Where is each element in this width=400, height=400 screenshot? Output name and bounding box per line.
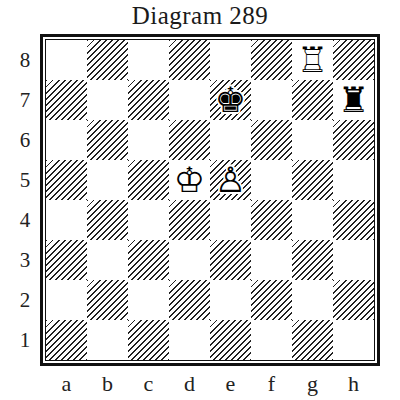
piece-white-rook-g8: ♜♖ xyxy=(292,40,333,80)
square-e7: ♚♚ xyxy=(210,80,251,120)
square-d5: ♚♔ xyxy=(169,160,210,200)
file-label-a: a xyxy=(46,370,87,398)
square-d4 xyxy=(169,200,210,240)
square-f7 xyxy=(251,80,292,120)
square-f3 xyxy=(251,240,292,280)
square-c5 xyxy=(128,160,169,200)
black-king-glyph: ♚ xyxy=(210,80,251,120)
square-g4 xyxy=(292,200,333,240)
rank-label-7: 7 xyxy=(12,80,38,120)
square-f6 xyxy=(251,120,292,160)
square-f4 xyxy=(251,200,292,240)
square-f2 xyxy=(251,280,292,320)
square-b5 xyxy=(87,160,128,200)
white-pawn-glyph: ♙ xyxy=(210,160,251,200)
square-e4 xyxy=(210,200,251,240)
square-h3 xyxy=(333,240,374,280)
square-h1 xyxy=(333,320,374,360)
white-rook-glyph: ♖ xyxy=(292,40,333,80)
square-h5 xyxy=(333,160,374,200)
square-f1 xyxy=(251,320,292,360)
file-label-d: d xyxy=(169,370,210,398)
square-d6 xyxy=(169,120,210,160)
rank-labels: 87654321 xyxy=(12,40,38,360)
square-a8 xyxy=(46,40,87,80)
square-a3 xyxy=(46,240,87,280)
square-d2 xyxy=(169,280,210,320)
square-b2 xyxy=(87,280,128,320)
file-label-c: c xyxy=(128,370,169,398)
square-e1 xyxy=(210,320,251,360)
square-e6 xyxy=(210,120,251,160)
chess-board-inner: ♜♖♚♚♜♜♚♔♟♙ xyxy=(45,39,375,361)
rank-label-6: 6 xyxy=(12,120,38,160)
black-rook-glyph: ♜ xyxy=(333,80,374,120)
square-a2 xyxy=(46,280,87,320)
file-label-b: b xyxy=(87,370,128,398)
square-g6 xyxy=(292,120,333,160)
square-b8 xyxy=(87,40,128,80)
square-a1 xyxy=(46,320,87,360)
rank-label-8: 8 xyxy=(12,40,38,80)
square-g1 xyxy=(292,320,333,360)
square-e8 xyxy=(210,40,251,80)
white-king-glyph: ♔ xyxy=(169,160,210,200)
piece-black-king-e7: ♚♚ xyxy=(210,80,251,120)
piece-white-pawn-e5: ♟♙ xyxy=(210,160,251,200)
rank-label-5: 5 xyxy=(12,160,38,200)
square-d3 xyxy=(169,240,210,280)
chess-board: ♜♖♚♚♜♜♚♔♟♙ xyxy=(40,34,380,366)
square-b1 xyxy=(87,320,128,360)
rank-label-4: 4 xyxy=(12,200,38,240)
file-label-f: f xyxy=(251,370,292,398)
square-f8 xyxy=(251,40,292,80)
square-f5 xyxy=(251,160,292,200)
square-c8 xyxy=(128,40,169,80)
square-c3 xyxy=(128,240,169,280)
square-e3 xyxy=(210,240,251,280)
square-b7 xyxy=(87,80,128,120)
square-h2 xyxy=(333,280,374,320)
diagram-page: Diagram 289 87654321 ♜♖♚♚♜♜♚♔♟♙ abcdefgh xyxy=(0,0,400,400)
square-h6 xyxy=(333,120,374,160)
rank-label-3: 3 xyxy=(12,240,38,280)
square-g8: ♜♖ xyxy=(292,40,333,80)
file-label-h: h xyxy=(333,370,374,398)
square-d8 xyxy=(169,40,210,80)
piece-white-king-d5: ♚♔ xyxy=(169,160,210,200)
square-g5 xyxy=(292,160,333,200)
square-c4 xyxy=(128,200,169,240)
square-b3 xyxy=(87,240,128,280)
square-g3 xyxy=(292,240,333,280)
square-c7 xyxy=(128,80,169,120)
rank-label-2: 2 xyxy=(12,280,38,320)
square-b4 xyxy=(87,200,128,240)
file-label-e: e xyxy=(210,370,251,398)
board-grid: ♜♖♚♚♜♜♚♔♟♙ xyxy=(46,40,374,360)
diagram-title: Diagram 289 xyxy=(0,2,400,30)
square-d1 xyxy=(169,320,210,360)
square-c6 xyxy=(128,120,169,160)
square-g7 xyxy=(292,80,333,120)
square-e2 xyxy=(210,280,251,320)
square-a6 xyxy=(46,120,87,160)
square-g2 xyxy=(292,280,333,320)
square-h8 xyxy=(333,40,374,80)
square-h7: ♜♜ xyxy=(333,80,374,120)
square-b6 xyxy=(87,120,128,160)
piece-black-rook-h7: ♜♜ xyxy=(333,80,374,120)
square-c2 xyxy=(128,280,169,320)
square-a4 xyxy=(46,200,87,240)
square-a5 xyxy=(46,160,87,200)
rank-label-1: 1 xyxy=(12,320,38,360)
file-label-g: g xyxy=(292,370,333,398)
square-e5: ♟♙ xyxy=(210,160,251,200)
square-d7 xyxy=(169,80,210,120)
file-labels: abcdefgh xyxy=(46,370,374,398)
square-h4 xyxy=(333,200,374,240)
square-c1 xyxy=(128,320,169,360)
square-a7 xyxy=(46,80,87,120)
